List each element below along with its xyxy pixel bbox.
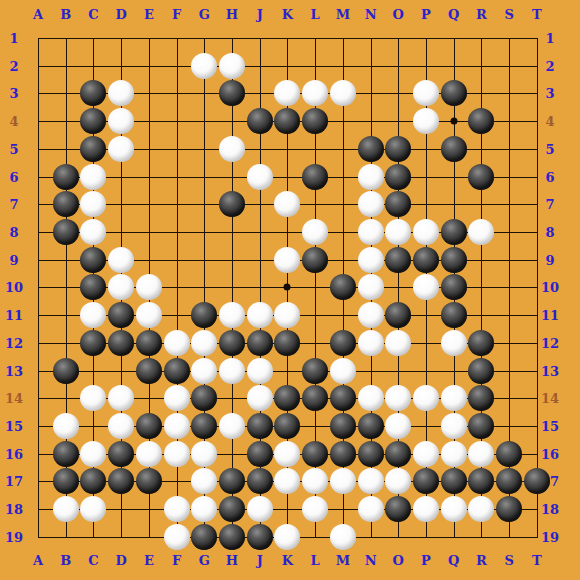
row-label-left-3: 3 [9, 86, 18, 101]
white-stone-K3[interactable] [274, 80, 300, 106]
row-label-left-10: 10 [5, 280, 23, 295]
black-stone-O9[interactable] [385, 247, 411, 273]
white-stone-N9[interactable] [358, 247, 384, 273]
black-stone-K4[interactable] [274, 108, 300, 134]
black-stone-Q11[interactable] [441, 302, 467, 328]
black-stone-O16[interactable] [385, 441, 411, 467]
black-stone-M14[interactable] [330, 385, 356, 411]
row-label-left-18: 18 [5, 502, 23, 517]
white-stone-P3[interactable] [413, 80, 439, 106]
white-stone-L18[interactable] [302, 496, 328, 522]
column-label-bottom-D: D [116, 553, 127, 568]
row-label-right-10: 10 [541, 280, 559, 295]
black-stone-S17[interactable] [496, 468, 522, 494]
row-label-right-18: 18 [541, 502, 559, 517]
white-stone-O14[interactable] [385, 385, 411, 411]
black-stone-J19[interactable] [247, 524, 273, 550]
column-label-top-A: A [33, 7, 43, 22]
column-label-bottom-H: H [226, 553, 238, 568]
black-stone-F13[interactable] [164, 358, 190, 384]
white-stone-C7[interactable] [80, 191, 106, 217]
white-stone-Q14[interactable] [441, 385, 467, 411]
white-stone-O12[interactable] [385, 330, 411, 356]
row-label-left-1: 1 [9, 31, 18, 46]
white-stone-D3[interactable] [108, 80, 134, 106]
white-stone-Q15[interactable] [441, 413, 467, 439]
black-stone-M12[interactable] [330, 330, 356, 356]
column-label-bottom-P: P [421, 553, 431, 568]
white-stone-P8[interactable] [413, 219, 439, 245]
column-label-top-H: H [226, 7, 238, 22]
row-label-left-4: 4 [9, 114, 18, 129]
white-stone-D15[interactable] [108, 413, 134, 439]
row-label-right-4: 4 [545, 114, 554, 129]
black-stone-K15[interactable] [274, 413, 300, 439]
column-label-bottom-J: J [257, 553, 263, 568]
black-stone-J17[interactable] [247, 468, 273, 494]
black-stone-R6[interactable] [468, 164, 494, 190]
grid-line-vertical [537, 38, 538, 538]
star-point-Q4 [450, 118, 457, 125]
white-stone-B18[interactable] [53, 496, 79, 522]
black-stone-R13[interactable] [468, 358, 494, 384]
white-stone-P18[interactable] [413, 496, 439, 522]
black-stone-L16[interactable] [302, 441, 328, 467]
white-stone-E11[interactable] [136, 302, 162, 328]
white-stone-O8[interactable] [385, 219, 411, 245]
row-label-right-3: 3 [545, 86, 554, 101]
column-label-top-M: M [336, 7, 350, 22]
row-label-left-16: 16 [5, 446, 23, 461]
white-stone-F14[interactable] [164, 385, 190, 411]
white-stone-F12[interactable] [164, 330, 190, 356]
black-stone-J4[interactable] [247, 108, 273, 134]
white-stone-F16[interactable] [164, 441, 190, 467]
white-stone-N7[interactable] [358, 191, 384, 217]
white-stone-H5[interactable] [219, 136, 245, 162]
black-stone-O11[interactable] [385, 302, 411, 328]
star-point-K10 [284, 284, 291, 291]
white-stone-Q12[interactable] [441, 330, 467, 356]
column-label-bottom-B: B [60, 553, 71, 568]
white-stone-R18[interactable] [468, 496, 494, 522]
black-stone-Q8[interactable] [441, 219, 467, 245]
black-stone-B7[interactable] [53, 191, 79, 217]
row-label-right-12: 12 [541, 335, 559, 350]
row-label-right-13: 13 [541, 363, 559, 378]
white-stone-G18[interactable] [191, 496, 217, 522]
column-label-bottom-N: N [365, 553, 377, 568]
white-stone-M19[interactable] [330, 524, 356, 550]
column-label-bottom-A: A [33, 553, 43, 568]
white-stone-P16[interactable] [413, 441, 439, 467]
column-label-bottom-G: G [199, 553, 210, 568]
white-stone-N8[interactable] [358, 219, 384, 245]
row-label-left-17: 17 [5, 474, 23, 489]
row-label-right-7: 7 [545, 197, 554, 212]
row-label-left-13: 13 [5, 363, 23, 378]
black-stone-J15[interactable] [247, 413, 273, 439]
black-stone-G11[interactable] [191, 302, 217, 328]
black-stone-E13[interactable] [136, 358, 162, 384]
row-label-right-9: 9 [545, 252, 554, 267]
black-stone-G14[interactable] [191, 385, 217, 411]
white-stone-G2[interactable] [191, 53, 217, 79]
column-label-bottom-L: L [311, 553, 320, 568]
white-stone-J18[interactable] [247, 496, 273, 522]
column-label-top-B: B [60, 7, 71, 22]
row-label-left-2: 2 [9, 58, 18, 73]
black-stone-Q9[interactable] [441, 247, 467, 273]
black-stone-D16[interactable] [108, 441, 134, 467]
column-label-bottom-Q: Q [448, 553, 459, 568]
row-label-left-12: 12 [5, 335, 23, 350]
white-stone-P14[interactable] [413, 385, 439, 411]
black-stone-L14[interactable] [302, 385, 328, 411]
column-label-bottom-K: K [282, 553, 293, 568]
row-label-left-7: 7 [9, 197, 18, 212]
column-label-top-G: G [199, 7, 210, 22]
black-stone-B8[interactable] [53, 219, 79, 245]
white-stone-N18[interactable] [358, 496, 384, 522]
white-stone-D5[interactable] [108, 136, 134, 162]
black-stone-C17[interactable] [80, 468, 106, 494]
black-stone-C3[interactable] [80, 80, 106, 106]
black-stone-O7[interactable] [385, 191, 411, 217]
black-stone-G15[interactable] [191, 413, 217, 439]
white-stone-K17[interactable] [274, 468, 300, 494]
black-stone-M15[interactable] [330, 413, 356, 439]
black-stone-L13[interactable] [302, 358, 328, 384]
white-stone-N6[interactable] [358, 164, 384, 190]
white-stone-K7[interactable] [274, 191, 300, 217]
column-label-top-C: C [88, 7, 98, 22]
black-stone-J12[interactable] [247, 330, 273, 356]
column-label-top-J: J [257, 7, 263, 22]
white-stone-C16[interactable] [80, 441, 106, 467]
white-stone-F15[interactable] [164, 413, 190, 439]
black-stone-N15[interactable] [358, 413, 384, 439]
white-stone-L3[interactable] [302, 80, 328, 106]
column-label-bottom-T: T [532, 553, 542, 568]
go-board[interactable]: AABBCCDDEEFFGGHHJJKKLLMMNNOOPPQQRRSSTT11… [0, 0, 580, 580]
black-stone-C12[interactable] [80, 330, 106, 356]
black-stone-S16[interactable] [496, 441, 522, 467]
white-stone-N10[interactable] [358, 274, 384, 300]
white-stone-J13[interactable] [247, 358, 273, 384]
black-stone-E17[interactable] [136, 468, 162, 494]
black-stone-N5[interactable] [358, 136, 384, 162]
column-label-bottom-M: M [336, 553, 350, 568]
black-stone-K14[interactable] [274, 385, 300, 411]
black-stone-H3[interactable] [219, 80, 245, 106]
column-label-bottom-R: R [476, 553, 487, 568]
black-stone-O18[interactable] [385, 496, 411, 522]
column-label-bottom-E: E [144, 553, 154, 568]
white-stone-M3[interactable] [330, 80, 356, 106]
column-label-top-O: O [393, 7, 404, 22]
black-stone-H19[interactable] [219, 524, 245, 550]
white-stone-C18[interactable] [80, 496, 106, 522]
column-label-top-S: S [504, 7, 513, 22]
row-label-right-8: 8 [545, 225, 554, 240]
white-stone-G13[interactable] [191, 358, 217, 384]
row-label-left-6: 6 [9, 169, 18, 184]
white-stone-Q16[interactable] [441, 441, 467, 467]
black-stone-R12[interactable] [468, 330, 494, 356]
white-stone-F18[interactable] [164, 496, 190, 522]
white-stone-C14[interactable] [80, 385, 106, 411]
white-stone-K16[interactable] [274, 441, 300, 467]
column-label-top-R: R [476, 7, 487, 22]
white-stone-R8[interactable] [468, 219, 494, 245]
black-stone-R17[interactable] [468, 468, 494, 494]
white-stone-D4[interactable] [108, 108, 134, 134]
black-stone-R4[interactable] [468, 108, 494, 134]
column-label-top-K: K [282, 7, 293, 22]
black-stone-R14[interactable] [468, 385, 494, 411]
black-stone-O5[interactable] [385, 136, 411, 162]
column-label-bottom-O: O [393, 553, 404, 568]
white-stone-C11[interactable] [80, 302, 106, 328]
row-label-left-8: 8 [9, 225, 18, 240]
row-label-right-6: 6 [545, 169, 554, 184]
column-label-top-E: E [144, 7, 154, 22]
row-label-left-14: 14 [5, 391, 23, 406]
black-stone-H18[interactable] [219, 496, 245, 522]
white-stone-L8[interactable] [302, 219, 328, 245]
column-label-top-L: L [311, 7, 320, 22]
black-stone-E12[interactable] [136, 330, 162, 356]
white-stone-G12[interactable] [191, 330, 217, 356]
row-label-right-15: 15 [541, 419, 559, 434]
column-label-top-N: N [365, 7, 377, 22]
row-label-right-2: 2 [545, 58, 554, 73]
white-stone-C8[interactable] [80, 219, 106, 245]
black-stone-C10[interactable] [80, 274, 106, 300]
black-stone-B13[interactable] [53, 358, 79, 384]
black-stone-M16[interactable] [330, 441, 356, 467]
white-stone-H13[interactable] [219, 358, 245, 384]
column-label-top-Q: Q [448, 7, 459, 22]
black-stone-D17[interactable] [108, 468, 134, 494]
row-label-right-14: 14 [541, 391, 559, 406]
black-stone-P9[interactable] [413, 247, 439, 273]
row-label-left-19: 19 [5, 529, 23, 544]
white-stone-F19[interactable] [164, 524, 190, 550]
column-label-top-P: P [421, 7, 431, 22]
black-stone-C9[interactable] [80, 247, 106, 273]
row-label-left-5: 5 [9, 141, 18, 156]
white-stone-O17[interactable] [385, 468, 411, 494]
white-stone-N11[interactable] [358, 302, 384, 328]
white-stone-N17[interactable] [358, 468, 384, 494]
white-stone-H15[interactable] [219, 413, 245, 439]
white-stone-M13[interactable] [330, 358, 356, 384]
row-label-right-19: 19 [541, 529, 559, 544]
black-stone-C5[interactable] [80, 136, 106, 162]
white-stone-P10[interactable] [413, 274, 439, 300]
row-label-right-1: 1 [545, 31, 554, 46]
column-label-bottom-F: F [172, 553, 181, 568]
row-label-right-5: 5 [545, 141, 554, 156]
black-stone-D12[interactable] [108, 330, 134, 356]
black-stone-Q10[interactable] [441, 274, 467, 300]
white-stone-B15[interactable] [53, 413, 79, 439]
white-stone-D14[interactable] [108, 385, 134, 411]
column-label-top-D: D [116, 7, 127, 22]
white-stone-H11[interactable] [219, 302, 245, 328]
black-stone-H17[interactable] [219, 468, 245, 494]
white-stone-P4[interactable] [413, 108, 439, 134]
white-stone-N14[interactable] [358, 385, 384, 411]
white-stone-K11[interactable] [274, 302, 300, 328]
row-label-left-9: 9 [9, 252, 18, 267]
white-stone-G17[interactable] [191, 468, 217, 494]
black-stone-R15[interactable] [468, 413, 494, 439]
black-stone-K12[interactable] [274, 330, 300, 356]
white-stone-R16[interactable] [468, 441, 494, 467]
column-label-bottom-C: C [88, 553, 98, 568]
white-stone-H2[interactable] [219, 53, 245, 79]
black-stone-G19[interactable] [191, 524, 217, 550]
column-label-top-F: F [172, 7, 181, 22]
row-label-left-11: 11 [5, 308, 23, 323]
white-stone-M17[interactable] [330, 468, 356, 494]
black-stone-S18[interactable] [496, 496, 522, 522]
black-stone-B17[interactable] [53, 468, 79, 494]
grid-line-horizontal [38, 371, 538, 372]
white-stone-Q18[interactable] [441, 496, 467, 522]
black-stone-Q3[interactable] [441, 80, 467, 106]
white-stone-E10[interactable] [136, 274, 162, 300]
black-stone-N16[interactable] [358, 441, 384, 467]
white-stone-L17[interactable] [302, 468, 328, 494]
white-stone-J6[interactable] [247, 164, 273, 190]
white-stone-D10[interactable] [108, 274, 134, 300]
black-stone-Q5[interactable] [441, 136, 467, 162]
column-label-bottom-S: S [504, 553, 513, 568]
black-stone-H12[interactable] [219, 330, 245, 356]
black-stone-C4[interactable] [80, 108, 106, 134]
column-label-top-T: T [532, 7, 542, 22]
black-stone-M10[interactable] [330, 274, 356, 300]
white-stone-E16[interactable] [136, 441, 162, 467]
black-stone-L9[interactable] [302, 247, 328, 273]
white-stone-O15[interactable] [385, 413, 411, 439]
row-label-left-15: 15 [5, 419, 23, 434]
black-stone-T17[interactable] [524, 468, 550, 494]
white-stone-J14[interactable] [247, 385, 273, 411]
white-stone-K9[interactable] [274, 247, 300, 273]
white-stone-N12[interactable] [358, 330, 384, 356]
white-stone-D9[interactable] [108, 247, 134, 273]
black-stone-E15[interactable] [136, 413, 162, 439]
black-stone-J16[interactable] [247, 441, 273, 467]
black-stone-D11[interactable] [108, 302, 134, 328]
row-label-right-16: 16 [541, 446, 559, 461]
black-stone-H7[interactable] [219, 191, 245, 217]
black-stone-O6[interactable] [385, 164, 411, 190]
white-stone-J11[interactable] [247, 302, 273, 328]
white-stone-K19[interactable] [274, 524, 300, 550]
black-stone-B16[interactable] [53, 441, 79, 467]
black-stone-B6[interactable] [53, 164, 79, 190]
black-stone-P17[interactable] [413, 468, 439, 494]
row-label-right-11: 11 [541, 308, 559, 323]
white-stone-G16[interactable] [191, 441, 217, 467]
black-stone-Q17[interactable] [441, 468, 467, 494]
black-stone-L4[interactable] [302, 108, 328, 134]
black-stone-L6[interactable] [302, 164, 328, 190]
white-stone-C6[interactable] [80, 164, 106, 190]
